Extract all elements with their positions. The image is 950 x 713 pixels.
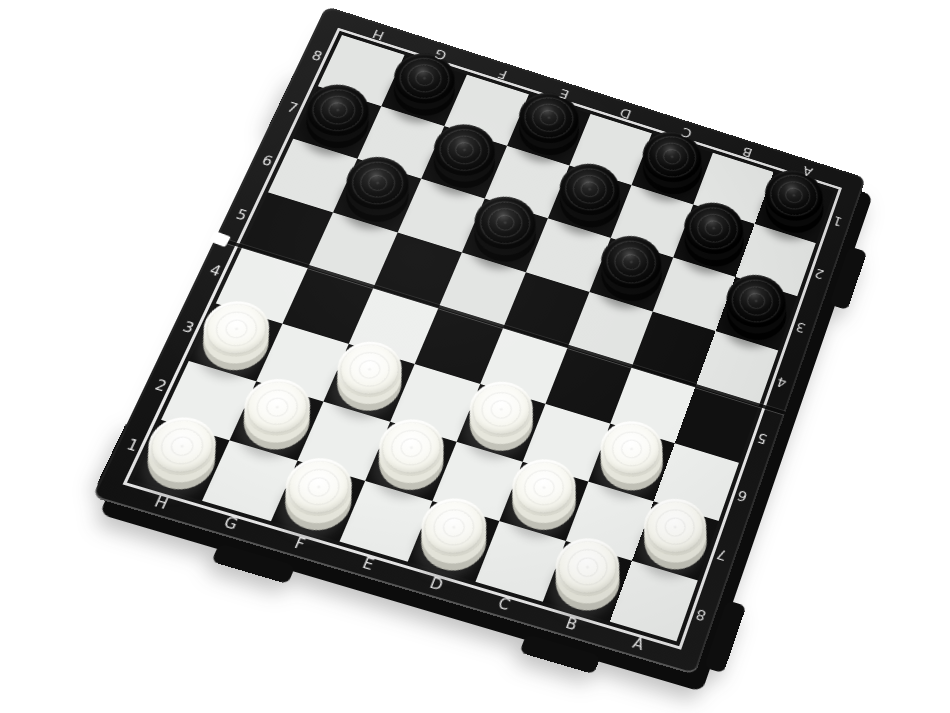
product-photo-scene: HHGGFFEEDDCCBBAA8765432112345678 bbox=[0, 0, 950, 713]
checkers-board: HHGGFFEEDDCCBBAA8765432112345678 bbox=[92, 6, 866, 675]
